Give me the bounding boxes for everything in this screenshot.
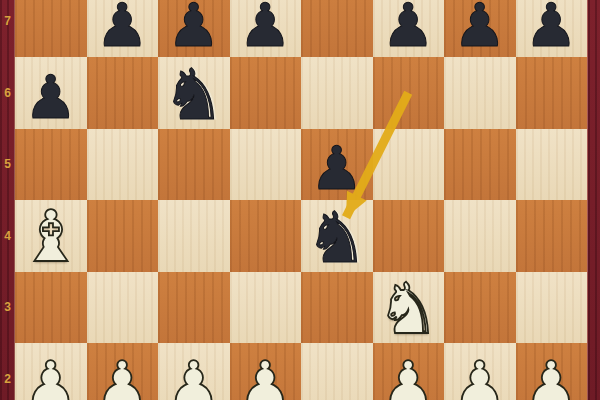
square-h2[interactable]: ♟: [516, 343, 588, 400]
square-h4[interactable]: [516, 200, 588, 272]
square-a2[interactable]: ♟: [15, 343, 87, 400]
chessboard-viewport: ♟♟♟♟♟♟♟♞♟♝♞♞♟♟♟♟♟♟♟ 7 6 5 4 3 2: [0, 0, 600, 400]
white-pawn-d2[interactable]: ♟: [238, 353, 292, 400]
white-bishop-a4[interactable]: ♝: [19, 201, 83, 272]
square-d4[interactable]: [230, 200, 302, 272]
square-g7[interactable]: ♟: [444, 0, 516, 57]
square-d5[interactable]: [230, 129, 302, 201]
square-f4[interactable]: [373, 200, 445, 272]
square-c7[interactable]: ♟: [158, 0, 230, 57]
square-f2[interactable]: ♟: [373, 343, 445, 400]
square-c3[interactable]: [158, 272, 230, 344]
square-g4[interactable]: [444, 200, 516, 272]
white-pawn-h2[interactable]: ♟: [524, 353, 578, 400]
black-pawn-f7[interactable]: ♟: [381, 0, 435, 55]
square-g5[interactable]: [444, 129, 516, 201]
square-c6[interactable]: ♞: [158, 57, 230, 129]
square-h5[interactable]: [516, 129, 588, 201]
rank-label-4: 4: [0, 229, 15, 243]
square-b5[interactable]: [87, 129, 159, 201]
white-pawn-f2[interactable]: ♟: [381, 353, 435, 400]
frame-seam-right: [587, 0, 588, 400]
square-c4[interactable]: [158, 200, 230, 272]
square-d3[interactable]: [230, 272, 302, 344]
square-g6[interactable]: [444, 57, 516, 129]
square-e2[interactable]: [301, 343, 373, 400]
square-f7[interactable]: ♟: [373, 0, 445, 57]
square-g3[interactable]: [444, 272, 516, 344]
square-h6[interactable]: [516, 57, 588, 129]
rank-label-2: 2: [0, 372, 15, 386]
rank-label-3: 3: [0, 300, 15, 314]
rank-label-7: 7: [0, 14, 15, 28]
square-b4[interactable]: [87, 200, 159, 272]
square-e6[interactable]: [301, 57, 373, 129]
square-a5[interactable]: [15, 129, 87, 201]
square-a4[interactable]: ♝: [15, 200, 87, 272]
black-pawn-c7[interactable]: ♟: [167, 0, 221, 55]
square-a3[interactable]: [15, 272, 87, 344]
black-pawn-d7[interactable]: ♟: [238, 0, 292, 55]
square-e5[interactable]: ♟: [301, 129, 373, 201]
frame-seam-left: [14, 0, 15, 400]
white-pawn-c2[interactable]: ♟: [167, 353, 221, 400]
black-pawn-h7[interactable]: ♟: [524, 0, 578, 55]
square-d6[interactable]: [230, 57, 302, 129]
square-f5[interactable]: [373, 129, 445, 201]
square-b7[interactable]: ♟: [87, 0, 159, 57]
square-a7[interactable]: [15, 0, 87, 57]
white-pawn-a2[interactable]: ♟: [24, 353, 78, 400]
black-knight-e4[interactable]: ♞: [305, 203, 368, 273]
white-pawn-b2[interactable]: ♟: [95, 353, 149, 400]
rank-label-5: 5: [0, 157, 15, 171]
square-b2[interactable]: ♟: [87, 343, 159, 400]
square-g2[interactable]: ♟: [444, 343, 516, 400]
square-d2[interactable]: ♟: [230, 343, 302, 400]
rank-label-6: 6: [0, 86, 15, 100]
square-f6[interactable]: [373, 57, 445, 129]
black-pawn-g7[interactable]: ♟: [453, 0, 507, 55]
white-knight-f3[interactable]: ♞: [377, 274, 440, 344]
black-pawn-b7[interactable]: ♟: [95, 0, 149, 55]
square-d7[interactable]: ♟: [230, 0, 302, 57]
black-pawn-a6[interactable]: ♟: [24, 67, 78, 127]
square-b6[interactable]: [87, 57, 159, 129]
square-f3[interactable]: ♞: [373, 272, 445, 344]
square-h3[interactable]: [516, 272, 588, 344]
square-b3[interactable]: [87, 272, 159, 344]
square-e3[interactable]: [301, 272, 373, 344]
square-e7[interactable]: [301, 0, 373, 57]
square-h7[interactable]: ♟: [516, 0, 588, 57]
square-c2[interactable]: ♟: [158, 343, 230, 400]
chess-board: ♟♟♟♟♟♟♟♞♟♝♞♞♟♟♟♟♟♟♟: [15, 0, 587, 400]
black-pawn-e5[interactable]: ♟: [310, 138, 364, 198]
white-pawn-g2[interactable]: ♟: [453, 353, 507, 400]
square-a6[interactable]: ♟: [15, 57, 87, 129]
square-c5[interactable]: [158, 129, 230, 201]
black-knight-c6[interactable]: ♞: [162, 60, 225, 130]
square-e4[interactable]: ♞: [301, 200, 373, 272]
